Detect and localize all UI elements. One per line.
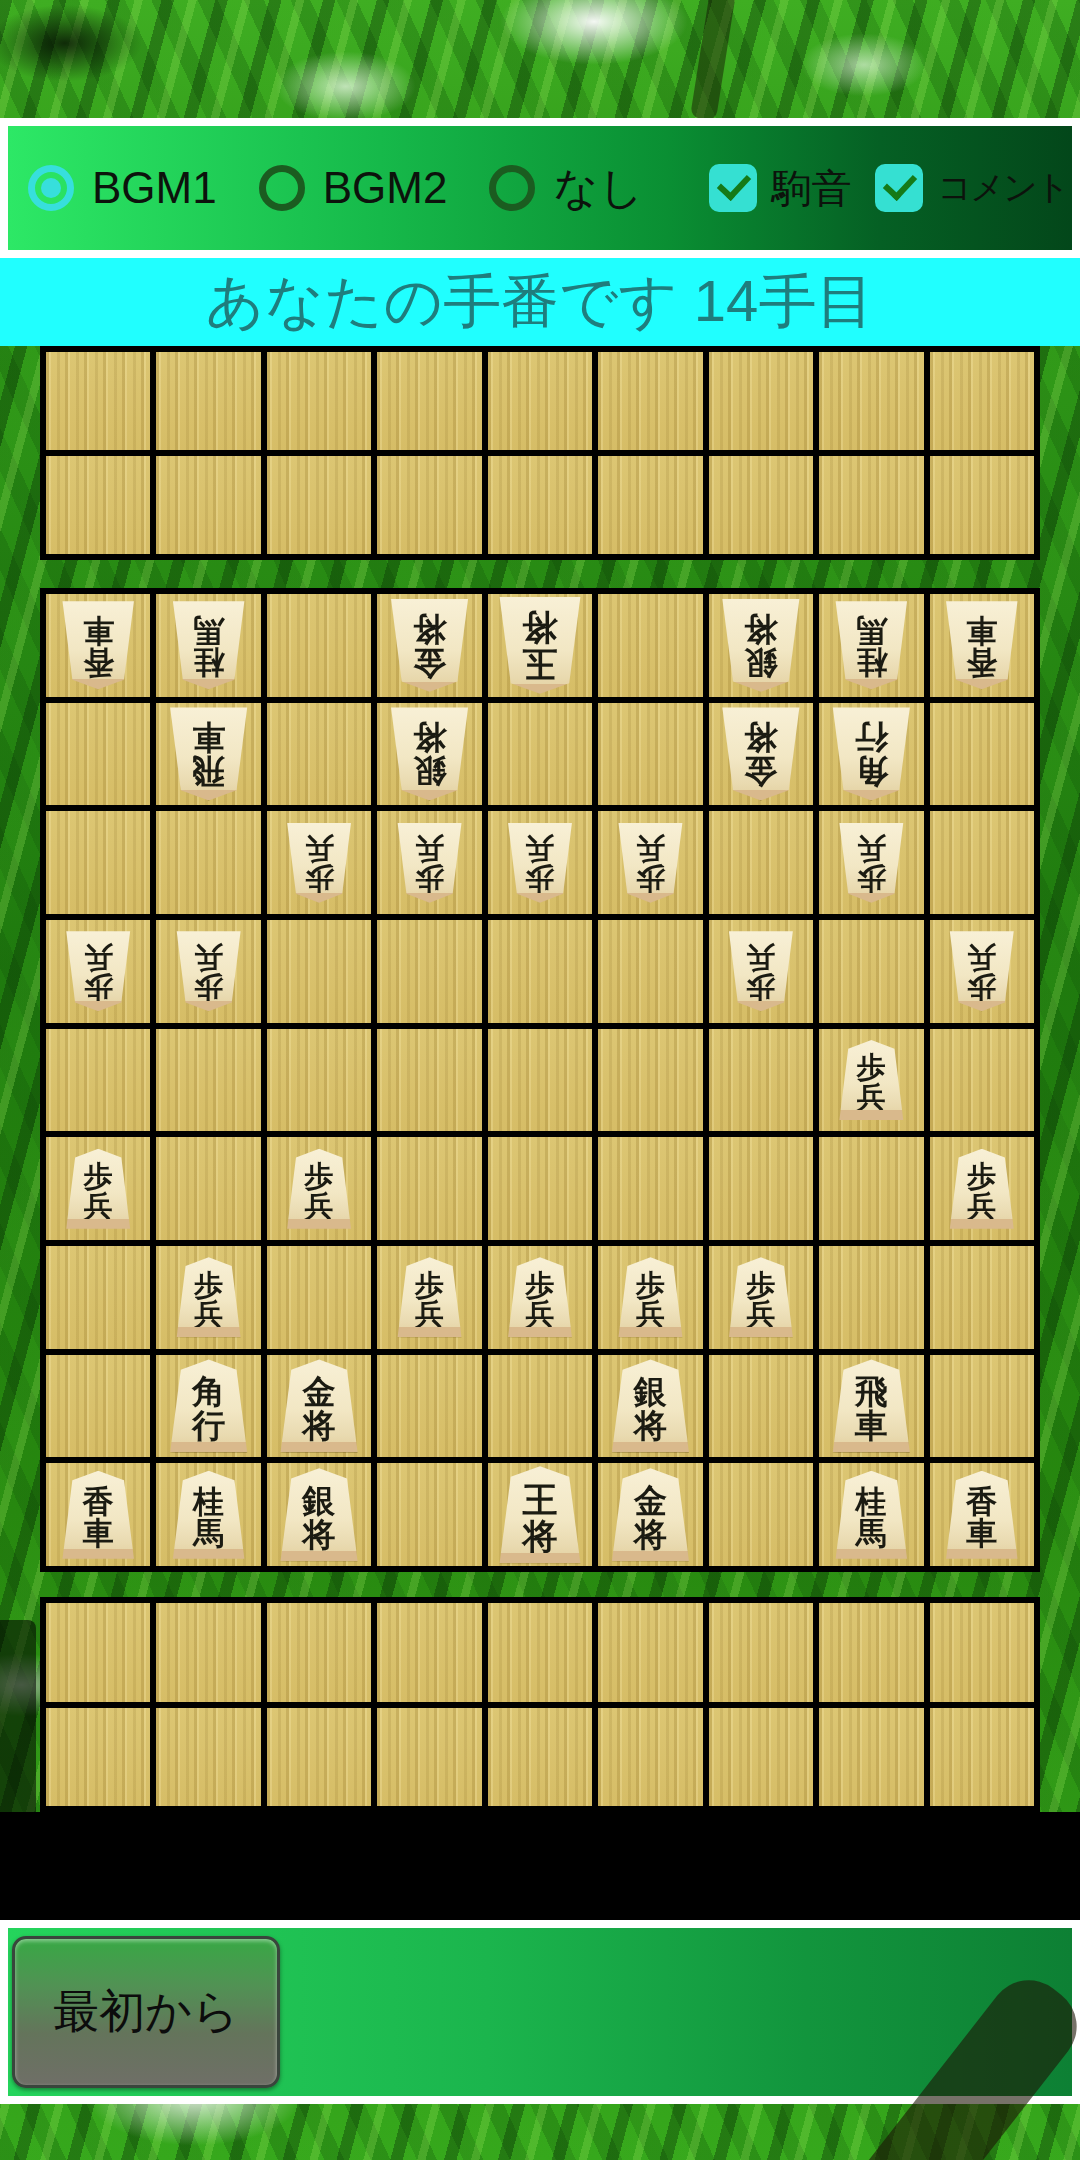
- board-cell[interactable]: [488, 1137, 592, 1240]
- piece-kanji: 歩兵: [746, 941, 775, 1002]
- shogi-piece-rook-sente[interactable]: 飛車: [830, 1359, 912, 1452]
- radio-bgm1[interactable]: BGM1: [28, 163, 217, 213]
- piece-kanji: 歩兵: [415, 832, 444, 893]
- board-cell[interactable]: 玉将: [488, 594, 592, 697]
- board-cell[interactable]: [598, 352, 702, 450]
- board-cell[interactable]: [598, 1137, 702, 1240]
- piece-kanji: 歩兵: [636, 1265, 665, 1330]
- board-cell[interactable]: 歩兵: [709, 920, 813, 1023]
- shogi-piece-knight-gote[interactable]: 桂馬: [171, 601, 247, 689]
- piece-kanji: 歩兵: [967, 1156, 996, 1221]
- piece-kanji: 金将: [303, 1369, 336, 1442]
- board-cell[interactable]: [377, 352, 481, 450]
- piece-kanji: 玉将: [522, 609, 557, 682]
- board-cell[interactable]: [46, 703, 150, 806]
- board-cell[interactable]: [930, 703, 1034, 806]
- board-cell[interactable]: [488, 703, 592, 806]
- board-cell[interactable]: [156, 1137, 260, 1240]
- board-cell[interactable]: [709, 456, 813, 554]
- shogi-piece-lance-gote[interactable]: 香車: [944, 601, 1020, 689]
- piece-kanji: 歩兵: [636, 832, 665, 893]
- board-cell[interactable]: 歩兵: [930, 920, 1034, 1023]
- board-cell[interactable]: 桂馬: [819, 594, 923, 697]
- radio-none[interactable]: なし: [489, 159, 643, 218]
- board-cell[interactable]: 歩兵: [598, 811, 702, 914]
- board-cell[interactable]: [488, 352, 592, 450]
- board-cell[interactable]: 香車: [930, 1463, 1034, 1566]
- status-banner: あなたの手番です 14手目: [0, 258, 1080, 346]
- piece-kanji: 歩兵: [305, 1156, 334, 1221]
- shogi-piece-gold-gote[interactable]: 金将: [389, 599, 471, 692]
- piece-kanji: 金将: [634, 1478, 667, 1551]
- shogi-piece-gold-gote[interactable]: 金将: [720, 707, 802, 800]
- piece-kanji: 銀将: [303, 1478, 336, 1551]
- shogi-piece-bishop-gote[interactable]: 角行: [830, 707, 912, 800]
- board-cell[interactable]: [819, 1708, 923, 1807]
- piece-kanji: 金将: [744, 719, 777, 788]
- shogi-piece-king-gote[interactable]: 玉将: [497, 597, 583, 694]
- board-cell[interactable]: [267, 456, 371, 554]
- piece-kanji: 飛車: [192, 719, 225, 788]
- board-cell[interactable]: 歩兵: [709, 1246, 813, 1349]
- board-cell[interactable]: [930, 352, 1034, 450]
- board-cell[interactable]: [930, 456, 1034, 554]
- piece-kanji: 桂馬: [856, 1480, 887, 1549]
- shogi-piece-pawn-sente[interactable]: 歩兵: [837, 1040, 905, 1120]
- board-cell[interactable]: [377, 920, 481, 1023]
- radio-bgm2[interactable]: BGM2: [259, 163, 448, 213]
- board-cell[interactable]: 桂馬: [819, 1463, 923, 1566]
- piece-kanji: 桂馬: [193, 613, 224, 678]
- board-cell[interactable]: [709, 1463, 813, 1566]
- board-cell[interactable]: [267, 920, 371, 1023]
- board-cell[interactable]: [46, 1355, 150, 1458]
- board-cell[interactable]: 桂馬: [156, 594, 260, 697]
- piece-kanji: 歩兵: [415, 1265, 444, 1330]
- board-cell[interactable]: [819, 456, 923, 554]
- board-cell[interactable]: [598, 703, 702, 806]
- board-cell[interactable]: [709, 352, 813, 450]
- shogi-piece-silver-gote[interactable]: 銀将: [720, 599, 802, 692]
- radio-button-icon[interactable]: [489, 165, 535, 211]
- board-cell[interactable]: [598, 594, 702, 697]
- board-cell[interactable]: [930, 1029, 1034, 1132]
- board-cell[interactable]: [598, 456, 702, 554]
- board-cell[interactable]: [377, 1603, 481, 1702]
- board-cell[interactable]: [377, 1029, 481, 1132]
- board-cell[interactable]: 歩兵: [930, 1137, 1034, 1240]
- board-cell[interactable]: 歩兵: [377, 811, 481, 914]
- board-cell[interactable]: [46, 1029, 150, 1132]
- board-cell[interactable]: 銀将: [709, 594, 813, 697]
- checkbox-icon[interactable]: [709, 164, 757, 212]
- shogi-piece-knight-sente[interactable]: 桂馬: [833, 1471, 909, 1559]
- piece-kanji: 香車: [966, 613, 997, 678]
- board-cell[interactable]: 歩兵: [46, 1137, 150, 1240]
- board-cell[interactable]: [819, 1246, 923, 1349]
- bottom-black-band: [0, 1812, 1080, 1922]
- shogi-piece-lance-sente[interactable]: 香車: [944, 1471, 1020, 1559]
- board-cell[interactable]: 角行: [156, 1355, 260, 1458]
- piece-kanji: 銀将: [744, 611, 777, 680]
- board-cell[interactable]: 歩兵: [46, 920, 150, 1023]
- board-cell[interactable]: [267, 1603, 371, 1702]
- piece-kanji: 歩兵: [967, 941, 996, 1002]
- board-cell[interactable]: 香車: [930, 594, 1034, 697]
- board-cell[interactable]: [598, 1603, 702, 1702]
- board-cell[interactable]: [709, 1029, 813, 1132]
- piece-kanji: 香車: [83, 1480, 114, 1549]
- board-cell[interactable]: [488, 920, 592, 1023]
- piece-kanji: 香車: [966, 1480, 997, 1549]
- checkbox-piece-sound[interactable]: 駒音: [709, 161, 851, 216]
- board-cell[interactable]: 飛車: [819, 1355, 923, 1458]
- shogi-piece-rook-gote[interactable]: 飛車: [168, 707, 250, 800]
- board-cell[interactable]: [598, 920, 702, 1023]
- board-cell[interactable]: 飛車: [156, 703, 260, 806]
- piece-kanji: 桂馬: [856, 613, 887, 678]
- board-cell[interactable]: 歩兵: [267, 1137, 371, 1240]
- piece-kanji: 歩兵: [84, 1156, 113, 1221]
- board-cell[interactable]: [488, 456, 592, 554]
- shogi-piece-pawn-gote[interactable]: 歩兵: [175, 931, 243, 1011]
- board-cell[interactable]: 香車: [46, 1463, 150, 1566]
- shogi-piece-pawn-sente[interactable]: 歩兵: [727, 1257, 795, 1337]
- piece-kanji: 歩兵: [194, 1265, 223, 1330]
- board-cell[interactable]: [156, 456, 260, 554]
- board-cell[interactable]: [819, 1603, 923, 1702]
- shogi-piece-king-sente[interactable]: 王将: [497, 1466, 583, 1563]
- board-cell[interactable]: [598, 1029, 702, 1132]
- shogi-piece-pawn-sente[interactable]: 歩兵: [506, 1257, 574, 1337]
- shogi-piece-pawn-gote[interactable]: 歩兵: [396, 823, 464, 903]
- checkbox-label: コメント: [937, 165, 1068, 211]
- board-cell[interactable]: [46, 1603, 150, 1702]
- shogi-piece-lance-gote[interactable]: 香車: [60, 601, 136, 689]
- piece-kanji: 歩兵: [525, 832, 554, 893]
- board-cell[interactable]: [819, 920, 923, 1023]
- board-cell[interactable]: [377, 456, 481, 554]
- board-cell[interactable]: [46, 352, 150, 450]
- shogi-piece-silver-gote[interactable]: 銀将: [389, 707, 471, 800]
- shogi-piece-knight-gote[interactable]: 桂馬: [833, 601, 909, 689]
- piece-kanji: 王将: [522, 1476, 557, 1553]
- checkbox-label: 駒音: [771, 161, 851, 216]
- board-cell[interactable]: [267, 1029, 371, 1132]
- board-cell[interactable]: 銀将: [267, 1463, 371, 1566]
- board-cell[interactable]: 歩兵: [156, 1246, 260, 1349]
- board-cell[interactable]: [709, 1355, 813, 1458]
- shogi-piece-pawn-sente[interactable]: 歩兵: [285, 1149, 353, 1229]
- piece-kanji: 歩兵: [194, 941, 223, 1002]
- board-cell[interactable]: [930, 1603, 1034, 1702]
- board-cell[interactable]: [156, 811, 260, 914]
- radio-label: BGM1: [92, 163, 217, 213]
- board-cell[interactable]: 歩兵: [819, 811, 923, 914]
- board-cell[interactable]: [156, 1603, 260, 1702]
- board-cell[interactable]: 歩兵: [598, 1246, 702, 1349]
- piece-kanji: 銀将: [413, 719, 446, 788]
- board-cell[interactable]: 歩兵: [377, 1246, 481, 1349]
- shogi-piece-pawn-gote[interactable]: 歩兵: [837, 823, 905, 903]
- shogi-app-screen: BGM1 BGM2 なし 駒音 コメント あなたの手番です 14手目 香車桂馬金…: [0, 0, 1080, 2160]
- settings-panel: BGM1 BGM2 なし 駒音 コメント: [0, 118, 1080, 258]
- piece-kanji: 金将: [413, 611, 446, 680]
- board-cell[interactable]: [377, 1463, 481, 1566]
- board-cell[interactable]: [267, 703, 371, 806]
- board-cell[interactable]: [46, 456, 150, 554]
- board-cell[interactable]: [488, 1355, 592, 1458]
- radio-label: なし: [553, 159, 643, 218]
- shogi-piece-pawn-gote[interactable]: 歩兵: [616, 823, 684, 903]
- tree-shadow: [0, 1620, 36, 1820]
- piece-kanji: 歩兵: [525, 1265, 554, 1330]
- board-cell[interactable]: 金将: [377, 594, 481, 697]
- piece-kanji: 歩兵: [857, 1047, 886, 1112]
- shogi-piece-gold-sente[interactable]: 金将: [609, 1468, 691, 1561]
- checkbox-icon[interactable]: [875, 164, 923, 212]
- board-cell[interactable]: 角行: [819, 703, 923, 806]
- piece-kanji: 歩兵: [84, 941, 113, 1002]
- board-cell[interactable]: [709, 1137, 813, 1240]
- shogi-piece-gold-sente[interactable]: 金将: [278, 1359, 360, 1452]
- board-cell[interactable]: [709, 811, 813, 914]
- shogi-piece-pawn-sente[interactable]: 歩兵: [948, 1149, 1016, 1229]
- board-cell[interactable]: [46, 811, 150, 914]
- board-cell[interactable]: [930, 811, 1034, 914]
- board-cell[interactable]: [930, 1246, 1034, 1349]
- board-cell[interactable]: [709, 1603, 813, 1702]
- board-cell[interactable]: [819, 1137, 923, 1240]
- radio-label: BGM2: [323, 163, 448, 213]
- shogi-piece-silver-sente[interactable]: 銀将: [609, 1359, 691, 1452]
- board-cell[interactable]: [267, 1246, 371, 1349]
- shogi-piece-pawn-sente[interactable]: 歩兵: [396, 1257, 464, 1337]
- shogi-piece-silver-sente[interactable]: 銀将: [278, 1468, 360, 1561]
- board-cell[interactable]: 桂馬: [156, 1463, 260, 1566]
- piece-kanji: 歩兵: [746, 1265, 775, 1330]
- board-cell[interactable]: [488, 1029, 592, 1132]
- board-cell[interactable]: 金将: [598, 1463, 702, 1566]
- main-board: 香車桂馬金将玉将銀将桂馬香車飛車銀将金将角行歩兵歩兵歩兵歩兵歩兵歩兵歩兵歩兵歩兵…: [40, 588, 1040, 1572]
- board-cell[interactable]: [488, 1603, 592, 1702]
- shogi-piece-pawn-sente[interactable]: 歩兵: [175, 1257, 243, 1337]
- gote-piece-stand: [40, 346, 1040, 560]
- board-cell[interactable]: [156, 1708, 260, 1807]
- board-cell[interactable]: 歩兵: [156, 920, 260, 1023]
- board-cell[interactable]: [930, 1708, 1034, 1807]
- board-cell[interactable]: [377, 1355, 481, 1458]
- board-cell[interactable]: 王将: [488, 1463, 592, 1566]
- board-cell[interactable]: 金将: [709, 703, 813, 806]
- board-cell[interactable]: 歩兵: [488, 1246, 592, 1349]
- shogi-piece-pawn-gote[interactable]: 歩兵: [948, 931, 1016, 1011]
- shogi-piece-pawn-gote[interactable]: 歩兵: [285, 823, 353, 903]
- board-cell[interactable]: [488, 1708, 592, 1807]
- piece-kanji: 飛車: [855, 1369, 888, 1442]
- shogi-piece-pawn-sente[interactable]: 歩兵: [616, 1257, 684, 1337]
- board-cell[interactable]: 歩兵: [488, 811, 592, 914]
- shogi-piece-knight-sente[interactable]: 桂馬: [171, 1471, 247, 1559]
- bottom-bar: 最初から: [8, 1928, 1072, 2096]
- board-cell[interactable]: 香車: [46, 594, 150, 697]
- shogi-piece-pawn-sente[interactable]: 歩兵: [64, 1149, 132, 1229]
- piece-kanji: 銀将: [634, 1369, 667, 1442]
- shogi-piece-bishop-sente[interactable]: 角行: [168, 1359, 250, 1452]
- piece-kanji: 香車: [83, 613, 114, 678]
- board-cell[interactable]: 金将: [267, 1355, 371, 1458]
- piece-kanji: 歩兵: [857, 832, 886, 893]
- settings-bar: BGM1 BGM2 なし 駒音 コメント: [8, 126, 1072, 250]
- radio-button-icon[interactable]: [259, 165, 305, 211]
- board-cell[interactable]: [598, 1708, 702, 1807]
- sente-piece-stand: [40, 1597, 1040, 1812]
- board-cell[interactable]: [267, 594, 371, 697]
- board-cell[interactable]: [930, 1355, 1034, 1458]
- shogi-piece-pawn-gote[interactable]: 歩兵: [64, 931, 132, 1011]
- board-cell[interactable]: 銀将: [377, 703, 481, 806]
- piece-kanji: 桂馬: [193, 1480, 224, 1549]
- board-cell[interactable]: 銀将: [598, 1355, 702, 1458]
- board-cell[interactable]: [377, 1137, 481, 1240]
- radio-button-icon[interactable]: [28, 165, 74, 211]
- board-cell[interactable]: [156, 352, 260, 450]
- board-cell[interactable]: [267, 1708, 371, 1807]
- board-cell[interactable]: [46, 1246, 150, 1349]
- board-cell[interactable]: 歩兵: [267, 811, 371, 914]
- bottom-panel: 最初から: [0, 1920, 1080, 2104]
- piece-kanji: 角行: [192, 1369, 225, 1442]
- board-cell[interactable]: [709, 1708, 813, 1807]
- board-cell[interactable]: [156, 1029, 260, 1132]
- checkbox-comment[interactable]: コメント: [875, 164, 1068, 212]
- board-cell[interactable]: [267, 352, 371, 450]
- restart-button[interactable]: 最初から: [12, 1936, 280, 2088]
- shogi-piece-lance-sente[interactable]: 香車: [60, 1471, 136, 1559]
- shogi-piece-pawn-gote[interactable]: 歩兵: [506, 823, 574, 903]
- board-cell[interactable]: [46, 1708, 150, 1807]
- piece-kanji: 歩兵: [305, 832, 334, 893]
- shogi-piece-pawn-gote[interactable]: 歩兵: [727, 931, 795, 1011]
- board-cell[interactable]: [819, 352, 923, 450]
- board-cell[interactable]: 歩兵: [819, 1029, 923, 1132]
- piece-kanji: 角行: [855, 719, 888, 788]
- board-cell[interactable]: [377, 1708, 481, 1807]
